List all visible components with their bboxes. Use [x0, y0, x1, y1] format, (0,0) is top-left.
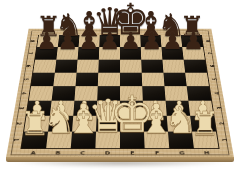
piece-black-pawn-h7[interactable]: ♟: [183, 30, 204, 54]
square-f6[interactable]: [141, 60, 163, 73]
rank-label-6-left: 6: [17, 62, 40, 69]
square-b6[interactable]: [55, 60, 78, 73]
square-g5[interactable]: [163, 73, 186, 87]
rank-label-5-right: 5: [203, 76, 226, 84]
rank-label-6-right: 6: [201, 62, 224, 69]
square-c5[interactable]: [76, 73, 99, 87]
piece-black-pawn-f7[interactable]: ♟: [141, 30, 162, 54]
piece-black-pawn-e7[interactable]: ♟: [120, 30, 141, 54]
square-d6[interactable]: [98, 60, 120, 73]
piece-black-pawn-a7[interactable]: ♟: [36, 30, 57, 54]
square-c6[interactable]: [77, 60, 99, 73]
piece-black-pawn-c7[interactable]: ♟: [78, 30, 99, 54]
chess-set-photo: ABCDEFGH 12345678 12345678 ♜♞♝♛♚♝♞♜♟♟♟♟♟…: [0, 0, 240, 171]
board-front-edge: [6, 157, 234, 162]
square-g6[interactable]: [162, 60, 185, 73]
piece-black-pawn-b7[interactable]: ♟: [57, 30, 78, 54]
piece-black-pawn-g7[interactable]: ♟: [162, 30, 183, 54]
piece-white-rook-h1[interactable]: ♜: [190, 107, 220, 140]
square-e6[interactable]: [120, 60, 142, 73]
square-b5[interactable]: [53, 73, 76, 87]
piece-black-pawn-d7[interactable]: ♟: [99, 30, 120, 54]
rank-label-5-left: 5: [14, 76, 37, 84]
